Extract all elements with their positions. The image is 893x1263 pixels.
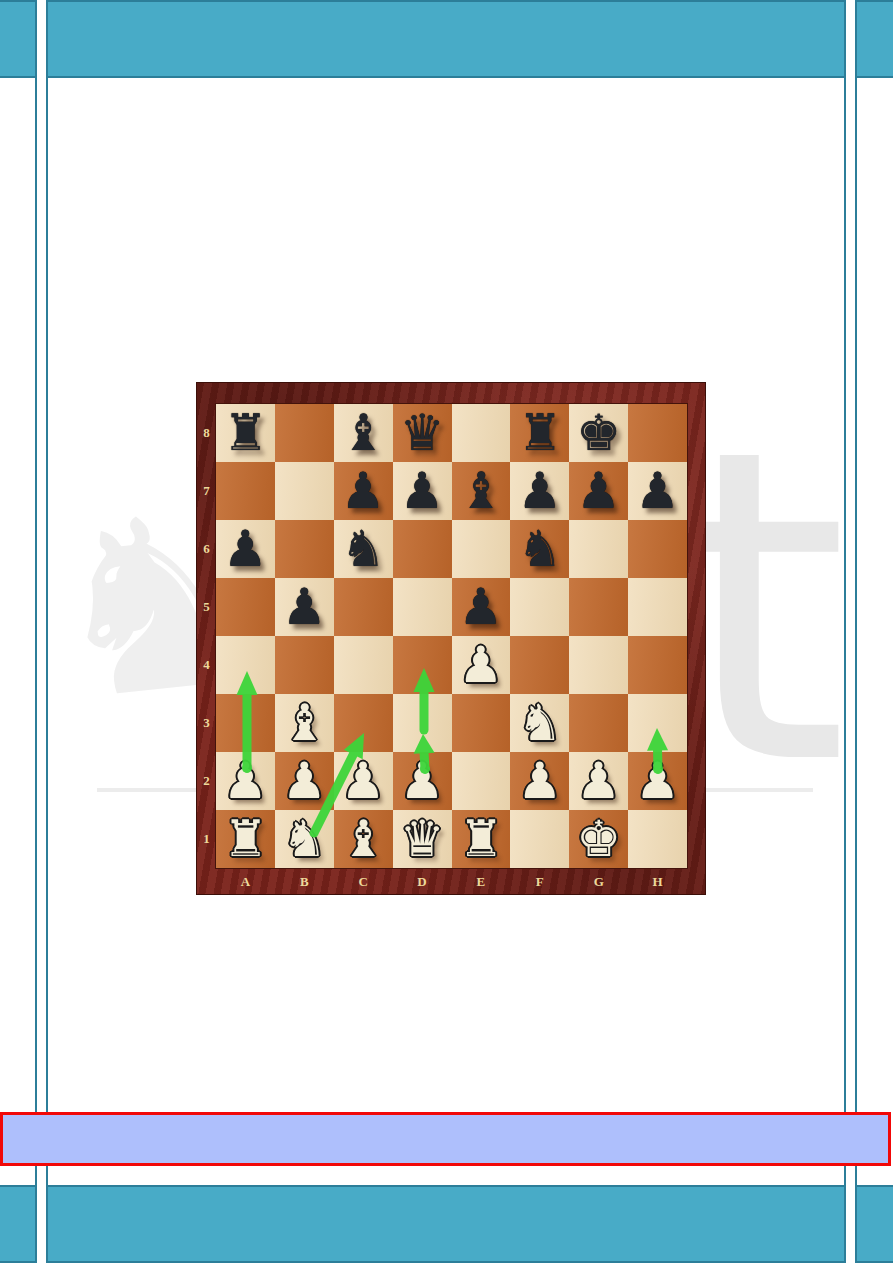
footer-bar-right <box>855 1185 893 1263</box>
square-a6: ♟ <box>216 520 275 578</box>
rank-label-1: 1 <box>197 810 216 868</box>
square-a4 <box>216 636 275 694</box>
white-pawn-b2: ♟ <box>282 756 327 806</box>
square-f2: ♟ <box>510 752 569 810</box>
square-g8: ♚ <box>569 404 628 462</box>
square-d8: ♛ <box>393 404 452 462</box>
square-f1 <box>510 810 569 868</box>
footer-bar-main <box>46 1185 846 1263</box>
rank-label-3: 3 <box>197 694 216 752</box>
square-d2: ♟ <box>393 752 452 810</box>
square-g7: ♟ <box>569 462 628 520</box>
rank-label-6: 6 <box>197 520 216 578</box>
black-pawn-b5: ♟ <box>282 582 327 632</box>
white-pawn-c2: ♟ <box>341 756 386 806</box>
square-g1: ♚ <box>569 810 628 868</box>
file-label-d: D <box>393 868 452 895</box>
file-label-f: F <box>510 868 569 895</box>
black-pawn-a6: ♟ <box>223 524 268 574</box>
square-e6 <box>452 520 511 578</box>
square-c2: ♟ <box>334 752 393 810</box>
square-b4 <box>275 636 334 694</box>
rank-label-8: 8 <box>197 404 216 462</box>
square-h1 <box>628 810 687 868</box>
square-h2: ♟ <box>628 752 687 810</box>
header-bar-left <box>0 0 37 78</box>
square-a1: ♜ <box>216 810 275 868</box>
square-b8 <box>275 404 334 462</box>
square-a5 <box>216 578 275 636</box>
white-pawn-f2: ♟ <box>517 756 562 806</box>
square-f8: ♜ <box>510 404 569 462</box>
black-knight-f6: ♞ <box>517 524 562 574</box>
document-page: ♞ t 87654321 ♜♝♛♜♚♟♟♝♟♟♟♟♞♞♟♟♟♝♞♟♟♟♟♟♟♟♜… <box>0 0 893 1263</box>
square-h7: ♟ <box>628 462 687 520</box>
square-g4 <box>569 636 628 694</box>
footer-bar-left <box>0 1185 37 1263</box>
square-h3 <box>628 694 687 752</box>
square-c8: ♝ <box>334 404 393 462</box>
black-rook-a8: ♜ <box>223 408 268 458</box>
square-g5 <box>569 578 628 636</box>
black-pawn-g7: ♟ <box>576 466 621 516</box>
square-d7: ♟ <box>393 462 452 520</box>
square-f3: ♞ <box>510 694 569 752</box>
black-queen-d8: ♛ <box>400 408 445 458</box>
square-b6 <box>275 520 334 578</box>
square-b7 <box>275 462 334 520</box>
black-pawn-f7: ♟ <box>517 466 562 516</box>
white-rook-a1: ♜ <box>223 814 268 864</box>
square-e8 <box>452 404 511 462</box>
white-bishop-c1: ♝ <box>341 814 386 864</box>
square-a7 <box>216 462 275 520</box>
white-pawn-h2: ♟ <box>635 756 680 806</box>
white-pawn-g2: ♟ <box>576 756 621 806</box>
square-g2: ♟ <box>569 752 628 810</box>
black-bishop-c8: ♝ <box>341 408 386 458</box>
right-column-divider <box>855 0 857 1263</box>
main-left-border <box>46 0 48 1263</box>
board-squares: ♜♝♛♜♚♟♟♝♟♟♟♟♞♞♟♟♟♝♞♟♟♟♟♟♟♟♜♞♝♛♜♚ <box>216 404 687 868</box>
black-bishop-e7: ♝ <box>459 466 504 516</box>
black-knight-c6: ♞ <box>341 524 386 574</box>
rank-label-5: 5 <box>197 578 216 636</box>
square-f7: ♟ <box>510 462 569 520</box>
square-d1: ♛ <box>393 810 452 868</box>
square-h6 <box>628 520 687 578</box>
square-h5 <box>628 578 687 636</box>
rank-label-4: 4 <box>197 636 216 694</box>
square-c3 <box>334 694 393 752</box>
square-b1: ♞ <box>275 810 334 868</box>
left-column-divider <box>35 0 37 1263</box>
white-knight-f3: ♞ <box>517 698 562 748</box>
square-g3 <box>569 694 628 752</box>
white-pawn-a2: ♟ <box>223 756 268 806</box>
square-a8: ♜ <box>216 404 275 462</box>
square-e2 <box>452 752 511 810</box>
file-labels: ABCDEFGH <box>216 868 687 895</box>
square-e7: ♝ <box>452 462 511 520</box>
square-c4 <box>334 636 393 694</box>
square-d4 <box>393 636 452 694</box>
square-e5: ♟ <box>452 578 511 636</box>
rank-label-2: 2 <box>197 752 216 810</box>
square-e1: ♜ <box>452 810 511 868</box>
square-d3 <box>393 694 452 752</box>
file-label-b: B <box>275 868 334 895</box>
black-king-g8: ♚ <box>576 408 621 458</box>
white-pawn-e4: ♟ <box>459 640 504 690</box>
black-pawn-d7: ♟ <box>400 466 445 516</box>
black-pawn-h7: ♟ <box>635 466 680 516</box>
white-bishop-b3: ♝ <box>282 698 327 748</box>
file-label-c: C <box>334 868 393 895</box>
header-bar-main <box>46 0 846 78</box>
square-h8 <box>628 404 687 462</box>
square-e3 <box>452 694 511 752</box>
square-c6: ♞ <box>334 520 393 578</box>
square-e4: ♟ <box>452 636 511 694</box>
highlight-banner <box>0 1112 891 1166</box>
black-pawn-e5: ♟ <box>459 582 504 632</box>
square-b2: ♟ <box>275 752 334 810</box>
rank-labels: 87654321 <box>197 404 216 868</box>
square-a2: ♟ <box>216 752 275 810</box>
square-c5 <box>334 578 393 636</box>
square-f6: ♞ <box>510 520 569 578</box>
file-label-e: E <box>452 868 511 895</box>
header-bar-right <box>855 0 893 78</box>
square-c7: ♟ <box>334 462 393 520</box>
file-label-a: A <box>216 868 275 895</box>
square-a3 <box>216 694 275 752</box>
white-pawn-d2: ♟ <box>400 756 445 806</box>
white-rook-e1: ♜ <box>459 814 504 864</box>
file-label-h: H <box>628 868 687 895</box>
black-rook-f8: ♜ <box>517 408 562 458</box>
square-f5 <box>510 578 569 636</box>
square-c1: ♝ <box>334 810 393 868</box>
square-b5: ♟ <box>275 578 334 636</box>
square-d6 <box>393 520 452 578</box>
black-pawn-c7: ♟ <box>341 466 386 516</box>
chess-board: 87654321 ♜♝♛♜♚♟♟♝♟♟♟♟♞♞♟♟♟♝♞♟♟♟♟♟♟♟♜♞♝♛♜… <box>196 382 706 895</box>
square-f4 <box>510 636 569 694</box>
white-knight-b1: ♞ <box>282 814 327 864</box>
file-label-g: G <box>569 868 628 895</box>
square-g6 <box>569 520 628 578</box>
square-d5 <box>393 578 452 636</box>
white-queen-d1: ♛ <box>400 814 445 864</box>
square-b3: ♝ <box>275 694 334 752</box>
square-h4 <box>628 636 687 694</box>
main-right-border <box>844 0 846 1263</box>
white-king-g1: ♚ <box>576 814 621 864</box>
rank-label-7: 7 <box>197 462 216 520</box>
